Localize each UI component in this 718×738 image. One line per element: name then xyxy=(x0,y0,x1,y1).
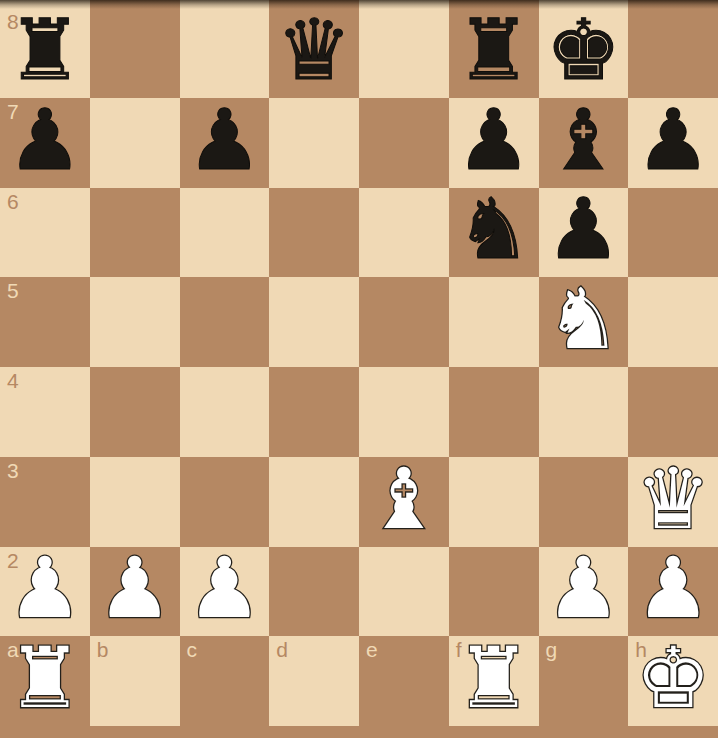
square-f7[interactable]: ♟ xyxy=(449,98,539,188)
square-e2[interactable] xyxy=(359,547,449,637)
square-b7[interactable] xyxy=(90,98,180,188)
square-b1[interactable]: b xyxy=(90,636,180,726)
square-e4[interactable] xyxy=(359,367,449,457)
square-a7[interactable]: 7♟ xyxy=(0,98,90,188)
black-rook[interactable]: ♜ xyxy=(456,8,531,92)
square-e6[interactable] xyxy=(359,188,449,278)
square-f3[interactable] xyxy=(449,457,539,547)
square-a3[interactable]: 3 xyxy=(0,457,90,547)
coordinate-label-c: c xyxy=(187,639,198,660)
square-d3[interactable] xyxy=(269,457,359,547)
black-pawn[interactable]: ♟ xyxy=(7,98,82,182)
square-d5[interactable] xyxy=(269,277,359,367)
square-h1[interactable]: h♚ xyxy=(628,636,718,726)
coordinate-label-g: g xyxy=(546,639,558,660)
square-f2[interactable] xyxy=(449,547,539,637)
square-a8[interactable]: 8♜ xyxy=(0,8,90,98)
square-e8[interactable] xyxy=(359,8,449,98)
square-d8[interactable]: ♛ xyxy=(269,8,359,98)
square-h5[interactable] xyxy=(628,277,718,367)
square-f1[interactable]: f♜ xyxy=(449,636,539,726)
square-g7[interactable]: ♝ xyxy=(539,98,629,188)
square-b4[interactable] xyxy=(90,367,180,457)
white-pawn[interactable]: ♟ xyxy=(635,546,710,630)
square-g5[interactable]: ♞ xyxy=(539,277,629,367)
square-a4[interactable]: 4 xyxy=(0,367,90,457)
white-pawn[interactable]: ♟ xyxy=(546,546,621,630)
square-h2[interactable]: ♟ xyxy=(628,547,718,637)
white-pawn[interactable]: ♟ xyxy=(7,546,82,630)
square-c6[interactable] xyxy=(180,188,270,278)
square-c5[interactable] xyxy=(180,277,270,367)
square-c1[interactable]: c xyxy=(180,636,270,726)
square-b2[interactable]: ♟ xyxy=(90,547,180,637)
white-pawn[interactable]: ♟ xyxy=(97,546,172,630)
square-g6[interactable]: ♟ xyxy=(539,188,629,278)
square-g8[interactable]: ♚ xyxy=(539,8,629,98)
black-pawn[interactable]: ♟ xyxy=(456,98,531,182)
square-a1[interactable]: a♜ xyxy=(0,636,90,726)
black-king[interactable]: ♚ xyxy=(546,8,621,92)
white-bishop[interactable]: ♝ xyxy=(366,457,441,541)
square-a5[interactable]: 5 xyxy=(0,277,90,367)
coordinate-label-e: e xyxy=(366,639,378,660)
square-c2[interactable]: ♟ xyxy=(180,547,270,637)
square-g4[interactable] xyxy=(539,367,629,457)
square-b8[interactable] xyxy=(90,8,180,98)
board-edge-cell xyxy=(628,0,718,8)
square-g2[interactable]: ♟ xyxy=(539,547,629,637)
black-queen[interactable]: ♛ xyxy=(276,8,351,92)
square-a2[interactable]: 2♟ xyxy=(0,547,90,637)
square-c3[interactable] xyxy=(180,457,270,547)
square-f8[interactable]: ♜ xyxy=(449,8,539,98)
white-knight[interactable]: ♞ xyxy=(546,277,621,361)
black-pawn[interactable]: ♟ xyxy=(635,98,710,182)
square-f5[interactable] xyxy=(449,277,539,367)
black-pawn[interactable]: ♟ xyxy=(187,98,262,182)
black-knight[interactable]: ♞ xyxy=(456,187,531,271)
white-pawn[interactable]: ♟ xyxy=(187,546,262,630)
square-e7[interactable] xyxy=(359,98,449,188)
square-d4[interactable] xyxy=(269,367,359,457)
chess-board: 8♜♛♜♚7♟♟♟♝♟6♞♟5♞43♝♛2♟♟♟♟♟a♜bcdef♜gh♚ xyxy=(0,8,718,726)
square-h7[interactable]: ♟ xyxy=(628,98,718,188)
coordinate-label-b: b xyxy=(97,639,109,660)
black-bishop[interactable]: ♝ xyxy=(546,98,621,182)
square-h8[interactable] xyxy=(628,8,718,98)
coordinate-label-4: 4 xyxy=(7,370,19,391)
square-c7[interactable]: ♟ xyxy=(180,98,270,188)
white-king[interactable]: ♚ xyxy=(635,636,710,720)
white-queen[interactable]: ♛ xyxy=(635,457,710,541)
square-b6[interactable] xyxy=(90,188,180,278)
board-edge-cell xyxy=(359,0,449,8)
coordinate-label-d: d xyxy=(276,639,288,660)
square-h6[interactable] xyxy=(628,188,718,278)
coordinate-label-6: 6 xyxy=(7,191,19,212)
black-rook[interactable]: ♜ xyxy=(7,8,82,92)
square-e1[interactable]: e xyxy=(359,636,449,726)
square-g1[interactable]: g xyxy=(539,636,629,726)
square-f4[interactable] xyxy=(449,367,539,457)
square-f6[interactable]: ♞ xyxy=(449,188,539,278)
board-edge-cell xyxy=(180,0,270,8)
board-edge-cell xyxy=(90,0,180,8)
square-b3[interactable] xyxy=(90,457,180,547)
chess-board-screen: 8♜♛♜♚7♟♟♟♝♟6♞♟5♞43♝♛2♟♟♟♟♟a♜bcdef♜gh♚ xyxy=(0,0,718,738)
black-pawn[interactable]: ♟ xyxy=(546,187,621,271)
square-a6[interactable]: 6 xyxy=(0,188,90,278)
white-rook[interactable]: ♜ xyxy=(456,636,531,720)
square-d2[interactable] xyxy=(269,547,359,637)
white-rook[interactable]: ♜ xyxy=(7,636,82,720)
square-b5[interactable] xyxy=(90,277,180,367)
square-g3[interactable] xyxy=(539,457,629,547)
coordinate-label-3: 3 xyxy=(7,460,19,481)
coordinate-label-5: 5 xyxy=(7,280,19,301)
square-e5[interactable] xyxy=(359,277,449,367)
square-c4[interactable] xyxy=(180,367,270,457)
square-d6[interactable] xyxy=(269,188,359,278)
square-c8[interactable] xyxy=(180,8,270,98)
square-e3[interactable]: ♝ xyxy=(359,457,449,547)
square-d7[interactable] xyxy=(269,98,359,188)
square-h4[interactable] xyxy=(628,367,718,457)
board-bottom-edge xyxy=(0,726,718,738)
square-d1[interactable]: d xyxy=(269,636,359,726)
square-h3[interactable]: ♛ xyxy=(628,457,718,547)
